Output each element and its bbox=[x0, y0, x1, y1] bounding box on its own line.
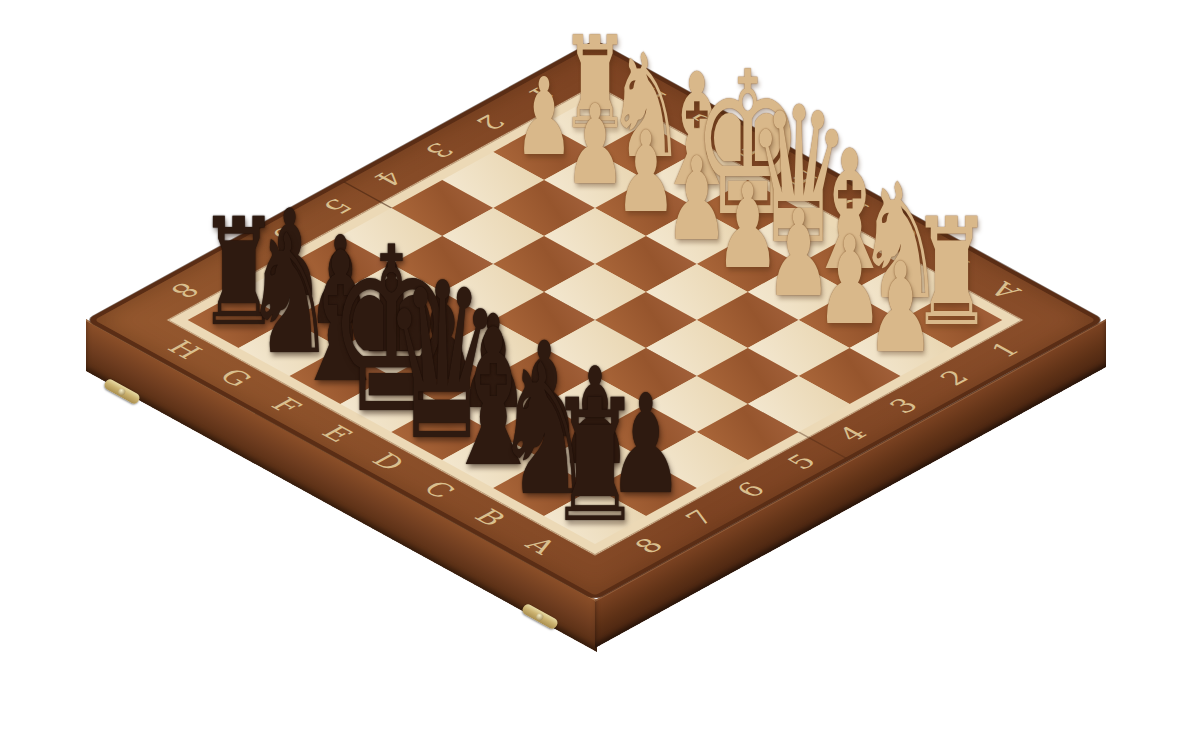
clasp-pin-icon bbox=[535, 612, 545, 622]
chess-board: 87654321 87654321 HGFEDCBA HGFEDCBA ♜♟♟♜… bbox=[86, 40, 1104, 600]
piece-black-rook[interactable]: ♜ bbox=[548, 377, 642, 546]
square-a8[interactable]: ♜ bbox=[544, 488, 646, 544]
clasp-pin-icon bbox=[117, 387, 127, 397]
product-photo: 87654321 87654321 HGFEDCBA HGFEDCBA ♜♟♟♜… bbox=[0, 0, 1200, 748]
piece-white-pawn[interactable]: ♟ bbox=[866, 246, 935, 370]
